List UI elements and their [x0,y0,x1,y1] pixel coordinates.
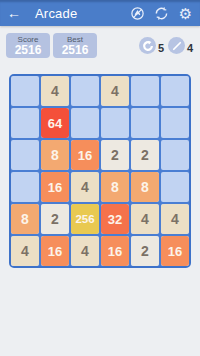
cell-empty [161,108,189,138]
cell: 16 [101,236,129,266]
edit-count: 4 [187,42,193,54]
undo-button[interactable] [139,37,156,54]
cell: 2 [131,236,159,266]
cell: 4 [41,76,69,106]
tile-4: 4 [101,76,129,106]
tile-8: 8 [101,172,129,202]
cell-empty [11,172,39,202]
cell-empty [101,108,129,138]
restart-icon [154,6,169,21]
tile-2: 2 [41,204,69,234]
best-badge: Best 2516 [53,33,97,58]
cell-empty [11,108,39,138]
cell-empty [71,76,99,106]
back-arrow-icon: ← [7,6,21,20]
tile-16: 16 [101,236,129,266]
cell: 16 [41,172,69,202]
no-ads-icon [130,6,145,21]
game-board[interactable]: 44648162216488822563244416416216 [9,74,191,268]
cell: 4 [11,236,39,266]
tile-8: 8 [11,204,39,234]
tile-8: 8 [131,172,159,202]
undo-icon [142,40,154,52]
cell: 16 [41,236,69,266]
cell: 2 [101,140,129,170]
tile-2: 2 [101,140,129,170]
cell-empty [71,108,99,138]
tile-4: 4 [161,204,189,234]
back-button[interactable]: ← [0,0,28,26]
tile-16: 16 [41,172,69,202]
pencil-icon [171,40,183,52]
cell: 8 [41,140,69,170]
undo-count: 5 [158,42,164,54]
tile-4: 4 [41,76,69,106]
cell: 4 [131,204,159,234]
cell: 16 [71,140,99,170]
restart-button[interactable] [154,6,169,21]
cell-empty [11,140,39,170]
tile-2: 2 [131,140,159,170]
cell-empty [161,76,189,106]
best-value: 2516 [62,44,89,57]
app-bar-actions: ⚙ [130,6,200,21]
cell: 4 [71,172,99,202]
tile-4: 4 [11,236,39,266]
cell: 8 [101,172,129,202]
no-ads-button[interactable] [130,6,145,21]
cell: 256 [71,204,99,234]
cell: 8 [131,172,159,202]
cell: 4 [161,204,189,234]
tile-32: 32 [101,204,129,234]
tile-64: 64 [41,108,69,138]
cell: 16 [161,236,189,266]
cell: 8 [11,204,39,234]
cell-empty [161,140,189,170]
tile-256: 256 [71,204,99,234]
gear-icon: ⚙ [179,6,192,21]
cell-empty [11,76,39,106]
cell: 4 [71,236,99,266]
tile-16: 16 [71,140,99,170]
cell: 32 [101,204,129,234]
cell-empty [131,76,159,106]
settings-button[interactable]: ⚙ [178,6,193,21]
cell: 2 [131,140,159,170]
tile-16: 16 [41,236,69,266]
cell-empty [161,172,189,202]
tile-8: 8 [41,140,69,170]
score-value: 2516 [15,44,42,57]
tile-4: 4 [71,172,99,202]
edit-group: 4 [168,37,193,54]
cell: 2 [41,204,69,234]
cell-empty [131,108,159,138]
cell: 4 [101,76,129,106]
board-grid: 44648162216488822563244416416216 [11,76,189,266]
tile-4: 4 [131,204,159,234]
tile-16: 16 [161,236,189,266]
cell: 64 [41,108,69,138]
page-title: Arcade [35,6,130,21]
tile-2: 2 [131,236,159,266]
tile-4: 4 [71,236,99,266]
score-badge: Score 2516 [6,33,50,58]
edit-button[interactable] [168,37,185,54]
app-bar: ← Arcade ⚙ [0,0,200,26]
undo-group: 5 [139,37,164,54]
